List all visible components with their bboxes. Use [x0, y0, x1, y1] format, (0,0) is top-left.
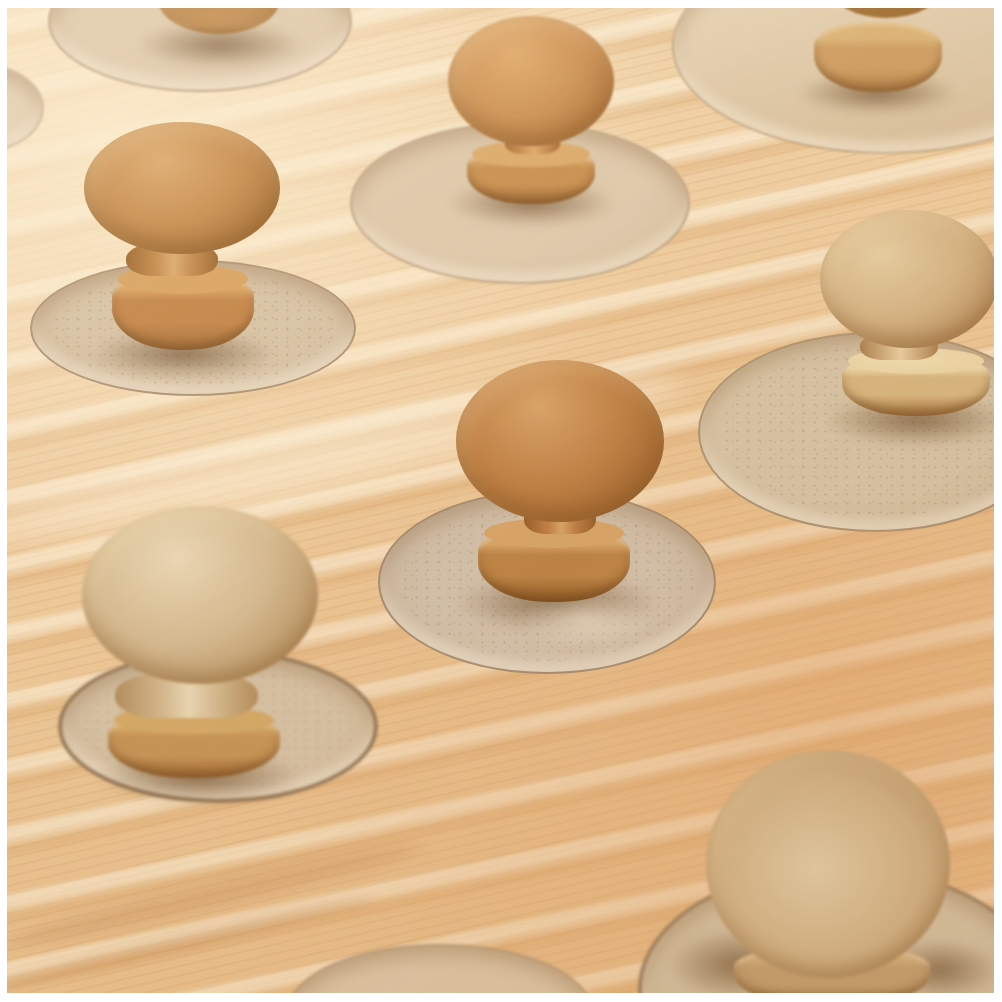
frame-right — [994, 0, 1002, 1002]
board-photo: Wooden knob peg board — close-up — [0, 0, 1002, 1002]
frame-bottom — [0, 993, 1002, 1002]
frame-top — [0, 0, 1002, 8]
frame-left — [0, 0, 7, 1002]
